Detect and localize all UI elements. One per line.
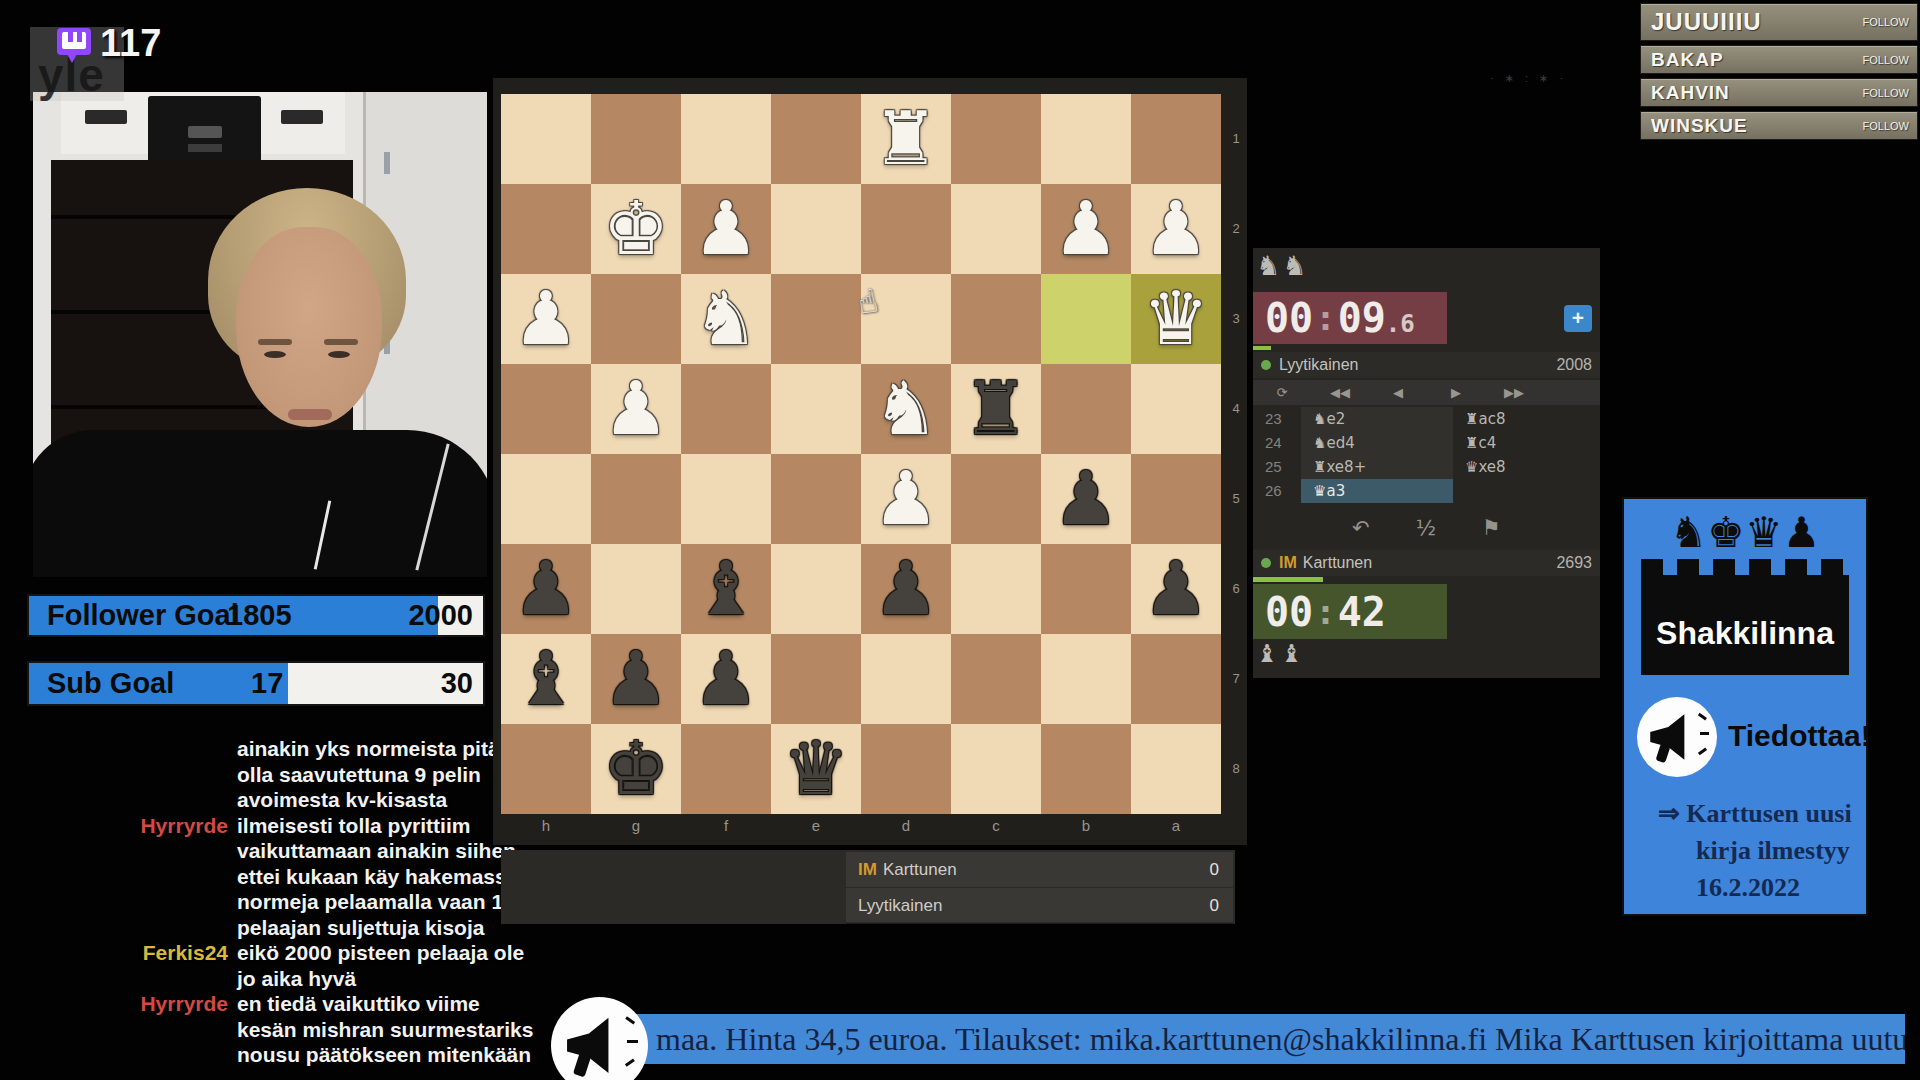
file-label-a: a: [1131, 817, 1221, 834]
white-knight-d4[interactable]: ♞: [861, 364, 951, 454]
follow-label: FOLLOW: [1863, 16, 1917, 28]
castle-wall-logo: Shakkilinna: [1641, 575, 1849, 675]
follower-alert-bakap: BAKAPFOLLOW: [1640, 45, 1918, 74]
chat-message-text: pelaajan suljettuja kisoja: [237, 915, 512, 941]
top-player-clock: 00:09.6: [1253, 292, 1447, 344]
score-value: 0: [1210, 852, 1233, 887]
move-row: 26♛a3: [1253, 479, 1600, 503]
follow-label: FOLLOW: [1863, 87, 1917, 99]
square-c1[interactable]: [951, 94, 1041, 184]
chat-line: jo aika hyvä: [0, 966, 512, 992]
sub-goal-bar: Sub Goal 17 30: [27, 661, 485, 706]
go-last-icon[interactable]: ▶▶: [1485, 385, 1543, 400]
square-g5[interactable]: [591, 454, 681, 544]
chat-username-empty: [0, 1017, 237, 1043]
chat-line: kesän mishran suurmestariks: [0, 1017, 512, 1043]
player-row-top[interactable]: Lyytikainen 2008: [1253, 352, 1600, 378]
follower-name: BAKAP: [1641, 49, 1724, 71]
player-row-bottom[interactable]: IM Karttunen 2693: [1253, 550, 1600, 576]
rank-label-5: 5: [1227, 454, 1245, 544]
square-e4[interactable]: [771, 364, 861, 454]
move-black[interactable]: ♜ac8: [1453, 407, 1600, 431]
chat-username-empty: [0, 915, 237, 941]
move-nav-bar: ⟳◀◀◀▶▶▶: [1253, 380, 1600, 405]
follower-goal-current: 1805: [227, 598, 292, 631]
square-g3[interactable]: [591, 274, 681, 364]
white-queen-a3[interactable]: ♛: [1131, 274, 1221, 364]
move-white[interactable]: ♞e2: [1301, 407, 1453, 431]
chat-line: vaikuttamaan ainakin siihen: [0, 838, 512, 864]
file-label-b: b: [1041, 817, 1131, 834]
black-pawn-b5[interactable]: ♟: [1041, 454, 1131, 544]
square-f5[interactable]: [681, 454, 771, 544]
chat-username-empty: [0, 838, 237, 864]
square-c2[interactable]: [951, 184, 1041, 274]
black-pawn-d6[interactable]: ♟: [861, 544, 951, 634]
sub-goal-label: Sub Goal: [47, 666, 174, 699]
square-d5[interactable]: ♟: [861, 454, 951, 544]
square-b4[interactable]: [1041, 364, 1131, 454]
chat-message-text: en tiedä vaikuttiko viime: [237, 991, 512, 1017]
online-dot: [1261, 558, 1271, 568]
chat-username-empty: [0, 889, 237, 915]
ad-text-line: ⇒ Karttusen uusi: [1658, 795, 1852, 832]
file-label-h: h: [501, 817, 591, 834]
move-black[interactable]: [1453, 479, 1600, 503]
square-c5[interactable]: [951, 454, 1041, 544]
square-h8[interactable]: [501, 724, 591, 814]
rank-label-6: 6: [1227, 544, 1245, 634]
clock-minutes: 00: [1265, 589, 1313, 635]
ad-text-line: 16.2.2022: [1658, 869, 1852, 906]
clock-seconds: 09: [1338, 295, 1386, 341]
black-bishop-h7[interactable]: ♝: [501, 634, 591, 724]
score-name: Lyytikainen: [858, 896, 942, 915]
square-e2[interactable]: [771, 184, 861, 274]
square-d2[interactable]: [861, 184, 951, 274]
score-value: 0: [1210, 888, 1233, 923]
follower-goal-label: Follower Goal: [47, 598, 239, 631]
square-c4[interactable]: ♜: [951, 364, 1041, 454]
move-number: 24: [1253, 431, 1301, 455]
square-g6[interactable]: [591, 544, 681, 634]
castle-figures-silhouette: ♞♚♛♟: [1624, 505, 1866, 561]
bottom-player-clock: 00:42: [1253, 584, 1447, 639]
ad-body-text: ⇒ Karttusen uusikirja ilmestyy16.2.2022: [1658, 795, 1852, 906]
chessboard[interactable]: ♜♚♟♟♟♟♞♛♟♞♜♟♟♟♝♟♟♝♟♟♚♛: [501, 94, 1221, 814]
square-b2[interactable]: ♟: [1041, 184, 1131, 274]
ticker-megaphone-badge: [551, 997, 648, 1080]
clock-minutes: 00: [1265, 295, 1313, 341]
square-a1[interactable]: [1131, 94, 1221, 184]
follower-alert-winskue: WINSKUEFOLLOW: [1640, 111, 1918, 140]
score-name: Karttunen: [883, 860, 957, 879]
chat-username: Hyrryrde: [0, 813, 237, 839]
cropped-header-text: · ∗ : ∗ ·: [1490, 72, 1567, 85]
add-time-button[interactable]: +: [1564, 305, 1592, 332]
score-row-karttunen: IMKarttunen 0: [846, 852, 1233, 888]
chat-messages[interactable]: ainakin yks normeista pitääolla saavutet…: [0, 736, 512, 1080]
megaphone-icon: [563, 1011, 637, 1080]
rank-label-7: 7: [1227, 634, 1245, 724]
square-h4[interactable]: [501, 364, 591, 454]
rank-label-1: 1: [1227, 94, 1245, 184]
square-g2[interactable]: ♚: [591, 184, 681, 274]
square-f3[interactable]: ♞: [681, 274, 771, 364]
square-f6[interactable]: ♝: [681, 544, 771, 634]
square-g7[interactable]: ♟: [591, 634, 681, 724]
square-h7[interactable]: ♝: [501, 634, 591, 724]
white-pawn-f2[interactable]: ♟: [681, 184, 771, 274]
square-g1[interactable]: [591, 94, 681, 184]
follower-alert-kahvin: KAHVINFOLLOW: [1640, 78, 1918, 107]
announcement-ticker: maa. Hinta 34,5 euroa. Tilaukset: mika.k…: [598, 1014, 1905, 1064]
im-title: IM: [858, 860, 877, 879]
square-e6[interactable]: [771, 544, 861, 634]
megaphone-icon: [1647, 708, 1708, 766]
rank-label-4: 4: [1227, 364, 1245, 454]
match-score-panel: IMKarttunen 0 Lyytikainen 0: [501, 850, 1235, 924]
stream-stage: CRAFT yle 117 Follower Goal 1805 2000 Su…: [0, 0, 1920, 1080]
follower-goal-target: 2000: [408, 598, 473, 631]
square-b5[interactable]: ♟: [1041, 454, 1131, 544]
online-dot: [1261, 360, 1271, 370]
chat-username: Ferkis24: [0, 940, 237, 966]
chat-line: Hyrryrdeen tiedä vaikuttiko viime: [0, 991, 512, 1017]
follower-name: WINSKUE: [1641, 115, 1748, 137]
square-d1[interactable]: ♜: [861, 94, 951, 184]
webcam-video: CRAFT: [33, 92, 487, 577]
square-h6[interactable]: ♟: [501, 544, 591, 634]
square-b1[interactable]: [1041, 94, 1131, 184]
black-pawn-h6[interactable]: ♟: [501, 544, 591, 634]
square-e5[interactable]: [771, 454, 861, 544]
square-a6[interactable]: ♟: [1131, 544, 1221, 634]
flip-board-icon[interactable]: ⟳: [1253, 385, 1311, 400]
top-time-bar: [1253, 346, 1271, 350]
chat-username-empty: [0, 966, 237, 992]
square-f2[interactable]: ♟: [681, 184, 771, 274]
go-next-icon[interactable]: ▶: [1427, 385, 1485, 400]
square-c7[interactable]: [951, 634, 1041, 724]
go-first-icon[interactable]: ◀◀: [1311, 385, 1369, 400]
clock-seconds: 42: [1338, 589, 1386, 635]
move-number: 25: [1253, 455, 1301, 479]
move-white[interactable]: ♜xe8+: [1301, 455, 1453, 479]
file-label-c: c: [951, 817, 1041, 834]
chat-line: nousu päätökseen mitenkään: [0, 1042, 512, 1068]
move-list[interactable]: 23♞e2♜ac824♞ed4♜c425♜xe8+♛xe826♛a3: [1253, 407, 1600, 503]
square-h2[interactable]: [501, 184, 591, 274]
chat-message-text: eikö 2000 pisteen pelaaja ole: [237, 940, 524, 966]
follower-goal-bar: Follower Goal 1805 2000: [27, 594, 485, 637]
clock-tenths: .6: [1386, 310, 1415, 344]
move-white[interactable]: ♞ed4: [1301, 431, 1453, 455]
move-black[interactable]: ♜c4: [1453, 431, 1600, 455]
chat-line: normeja pelaamalla vaan 10: [0, 889, 512, 915]
square-b8[interactable]: [1041, 724, 1131, 814]
rank-label-2: 2: [1227, 184, 1245, 274]
square-h1[interactable]: [501, 94, 591, 184]
chat-message-text: avoimesta kv-kisasta: [237, 787, 512, 813]
rank-label-3: 3: [1227, 274, 1245, 364]
player-rating-bottom: 2693: [1556, 554, 1600, 572]
square-d8[interactable]: [861, 724, 951, 814]
black-king-g8[interactable]: ♚: [591, 724, 681, 814]
chat-message-text: nousu päätökseen mitenkään: [237, 1042, 531, 1068]
square-b6[interactable]: [1041, 544, 1131, 634]
chat-line: Ferkis24eikö 2000 pisteen pelaaja ole: [0, 940, 512, 966]
bottom-time-bar: [1253, 577, 1323, 582]
white-king-g2[interactable]: ♚: [591, 184, 681, 274]
square-e7[interactable]: [771, 634, 861, 724]
square-e1[interactable]: [771, 94, 861, 184]
move-black[interactable]: ♛xe8: [1453, 455, 1600, 479]
file-label-g: g: [591, 817, 681, 834]
follower-alert-list: JUUUIIIUFOLLOWBAKAPFOLLOWKAHVINFOLLOWWIN…: [1640, 3, 1918, 144]
black-pawn-a6[interactable]: ♟: [1131, 544, 1221, 634]
square-a3[interactable]: ♛: [1131, 274, 1221, 364]
white-pawn-g4[interactable]: ♟: [591, 364, 681, 454]
square-a2[interactable]: ♟: [1131, 184, 1221, 274]
takeback-icon[interactable]: ↶: [1352, 516, 1370, 540]
square-c3[interactable]: [951, 274, 1041, 364]
viewer-count: 117: [100, 22, 161, 65]
square-f8[interactable]: [681, 724, 771, 814]
chat-line: ainakin yks normeista pitää: [0, 736, 512, 762]
ticker-text: maa. Hinta 34,5 euroa. Tilaukset: mika.k…: [656, 1016, 1905, 1062]
chat-username-empty: [0, 762, 237, 788]
chat-username-empty: [0, 864, 237, 890]
ad-text-line: kirja ilmestyy: [1658, 832, 1852, 869]
square-d4[interactable]: ♞: [861, 364, 951, 454]
player-title-bottom: IM: [1279, 554, 1297, 572]
square-g8[interactable]: ♚: [591, 724, 681, 814]
draw-offer-icon[interactable]: ½: [1416, 516, 1436, 540]
file-label-f: f: [681, 817, 771, 834]
square-d6[interactable]: ♟: [861, 544, 951, 634]
square-b3[interactable]: [1041, 274, 1131, 364]
streamer-face: [236, 227, 382, 427]
square-a7[interactable]: [1131, 634, 1221, 724]
square-h5[interactable]: [501, 454, 591, 544]
black-pawn-f7[interactable]: ♟: [681, 634, 771, 724]
white-pawn-b2[interactable]: ♟: [1041, 184, 1131, 274]
chat-message-text: vaikuttamaan ainakin siihen: [237, 838, 516, 864]
file-label-e: e: [771, 817, 861, 834]
black-queen-e8[interactable]: ♛: [771, 724, 861, 814]
square-g4[interactable]: ♟: [591, 364, 681, 454]
follower-name: KAHVIN: [1641, 82, 1730, 104]
ad-headline: Tiedottaa!: [1728, 719, 1871, 753]
chat-username-empty: [0, 1042, 237, 1068]
follow-label: FOLLOW: [1863, 54, 1917, 66]
chess-app-panel: ♞♞ 00:09.6 + Lyytikainen 2008 ⟳◀◀◀▶▶▶ 23…: [1253, 248, 1600, 678]
chat-message-text: kesän mishran suurmestariks: [237, 1017, 533, 1043]
follower-alert-juuuiiiu: JUUUIIIUFOLLOW: [1640, 3, 1918, 41]
square-b7[interactable]: [1041, 634, 1131, 724]
square-c6[interactable]: [951, 544, 1041, 634]
chat-message-text: olla saavutettuna 9 pelin: [237, 762, 512, 788]
square-f7[interactable]: ♟: [681, 634, 771, 724]
square-f4[interactable]: [681, 364, 771, 454]
resign-flag-icon[interactable]: ⚑: [1482, 516, 1501, 540]
chat-message-text: jo aika hyvä: [237, 966, 512, 992]
chessboard-frame: ♜♚♟♟♟♟♞♛♟♞♜♟♟♟♝♟♟♝♟♟♚♛ 12345678 hgfedcba: [493, 78, 1247, 845]
twitch-logo-icon: [57, 28, 95, 68]
sub-goal-current: 17: [251, 666, 283, 699]
follow-label: FOLLOW: [1863, 120, 1917, 132]
square-e3[interactable]: [771, 274, 861, 364]
ad-megaphone-badge: [1637, 697, 1717, 777]
chat-line: olla saavutettuna 9 pelin: [0, 762, 512, 788]
score-row-lyytikainen: Lyytikainen 0: [846, 888, 1233, 924]
chat-line: avoimesta kv-kisasta: [0, 787, 512, 813]
brand-name: Shakkilinna: [1641, 615, 1849, 652]
player-name-top[interactable]: Lyytikainen: [1279, 356, 1358, 374]
chat-message-text: ilmeisesti tolla pyrittiim: [237, 813, 512, 839]
square-a5[interactable]: [1131, 454, 1221, 544]
white-pawn-h3[interactable]: ♟: [501, 274, 591, 364]
player-rating-top: 2008: [1556, 356, 1600, 374]
move-number: 26: [1253, 479, 1301, 503]
captured-knights: ♞♞: [1256, 250, 1308, 281]
square-c8[interactable]: [951, 724, 1041, 814]
white-rook-d1[interactable]: ♜: [861, 94, 951, 184]
chat-message-text: ainakin yks normeista pitää: [237, 736, 512, 762]
chat-line: ettei kukaan käy hakemassa: [0, 864, 512, 890]
chat-message-text: ettei kukaan käy hakemassa: [237, 864, 518, 890]
black-pawn-g7[interactable]: ♟: [591, 634, 681, 724]
game-action-buttons: ↶½⚑: [1253, 510, 1600, 546]
square-e8[interactable]: ♛: [771, 724, 861, 814]
move-row: 24♞ed4♜c4: [1253, 431, 1600, 455]
chat-message-text: normeja pelaamalla vaan 10: [237, 889, 515, 915]
file-label-d: d: [861, 817, 951, 834]
move-row: 25♜xe8+♛xe8: [1253, 455, 1600, 479]
shakkilinna-ad-panel: ♞♚♛♟ Shakkilinna Tiedottaa! ⇒ Karttusen …: [1622, 497, 1868, 916]
white-pawn-a2[interactable]: ♟: [1131, 184, 1221, 274]
player-name-bottom[interactable]: Karttunen: [1303, 554, 1372, 572]
square-d7[interactable]: [861, 634, 951, 724]
black-rook-c4[interactable]: ♜: [951, 364, 1041, 454]
move-row: 23♞e2♜ac8: [1253, 407, 1600, 431]
white-pawn-d5[interactable]: ♟: [861, 454, 951, 544]
square-f1[interactable]: [681, 94, 771, 184]
follower-name: JUUUIIIU: [1641, 8, 1762, 36]
square-a4[interactable]: [1131, 364, 1221, 454]
move-number: 23: [1253, 407, 1301, 431]
square-a8[interactable]: [1131, 724, 1221, 814]
square-h3[interactable]: ♟: [501, 274, 591, 364]
chat-username-empty: [0, 787, 237, 813]
go-previous-icon[interactable]: ◀: [1369, 385, 1427, 400]
rank-label-8: 8: [1227, 724, 1245, 814]
white-knight-f3[interactable]: ♞: [681, 274, 771, 364]
chat-username-empty: [0, 736, 237, 762]
sub-goal-target: 30: [441, 666, 473, 699]
captured-bishops: ♝♝: [1256, 639, 1305, 668]
black-bishop-f6[interactable]: ♝: [681, 544, 771, 634]
chat-line: Hyrryrdeilmeisesti tolla pyrittiim: [0, 813, 512, 839]
chat-username: Hyrryrde: [0, 991, 237, 1017]
chat-line: pelaajan suljettuja kisoja: [0, 915, 512, 941]
move-white[interactable]: ♛a3: [1301, 479, 1453, 503]
